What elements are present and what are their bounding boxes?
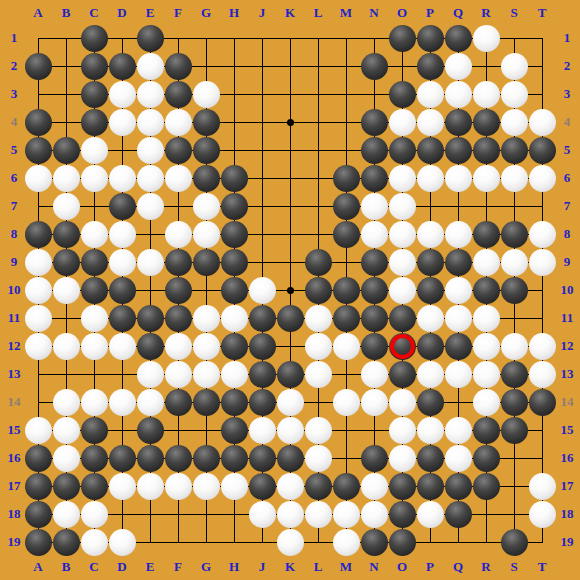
- intersection-Q18[interactable]: [444, 500, 472, 528]
- intersection-J4[interactable]: [248, 108, 276, 136]
- intersection-D19[interactable]: [108, 528, 136, 556]
- intersection-P2[interactable]: [416, 52, 444, 80]
- intersection-J16[interactable]: [248, 444, 276, 472]
- intersection-D10[interactable]: [108, 276, 136, 304]
- intersection-T19[interactable]: [528, 528, 556, 556]
- intersection-N4[interactable]: [360, 108, 388, 136]
- intersection-Q6[interactable]: [444, 164, 472, 192]
- intersection-K2[interactable]: [276, 52, 304, 80]
- intersection-J1[interactable]: [248, 24, 276, 52]
- intersection-P15[interactable]: [416, 416, 444, 444]
- intersection-H18[interactable]: [220, 500, 248, 528]
- intersection-O1[interactable]: [388, 24, 416, 52]
- intersection-T9[interactable]: [528, 248, 556, 276]
- intersection-B1[interactable]: [52, 24, 80, 52]
- intersection-G1[interactable]: [192, 24, 220, 52]
- intersection-J6[interactable]: [248, 164, 276, 192]
- intersection-O3[interactable]: [388, 80, 416, 108]
- intersection-K16[interactable]: [276, 444, 304, 472]
- intersection-H17[interactable]: [220, 472, 248, 500]
- intersection-Q8[interactable]: [444, 220, 472, 248]
- intersection-M11[interactable]: [332, 304, 360, 332]
- intersection-G18[interactable]: [192, 500, 220, 528]
- intersection-M19[interactable]: [332, 528, 360, 556]
- intersection-F9[interactable]: [164, 248, 192, 276]
- intersection-F7[interactable]: [164, 192, 192, 220]
- intersection-N2[interactable]: [360, 52, 388, 80]
- intersection-C15[interactable]: [80, 416, 108, 444]
- intersection-J8[interactable]: [248, 220, 276, 248]
- intersection-P6[interactable]: [416, 164, 444, 192]
- intersection-F11[interactable]: [164, 304, 192, 332]
- intersection-K18[interactable]: [276, 500, 304, 528]
- intersection-A3[interactable]: [24, 80, 52, 108]
- intersection-M17[interactable]: [332, 472, 360, 500]
- intersection-N7[interactable]: [360, 192, 388, 220]
- intersection-B9[interactable]: [52, 248, 80, 276]
- intersection-F3[interactable]: [164, 80, 192, 108]
- intersection-A4[interactable]: [24, 108, 52, 136]
- intersection-R13[interactable]: [472, 360, 500, 388]
- intersection-E11[interactable]: [136, 304, 164, 332]
- intersection-L11[interactable]: [304, 304, 332, 332]
- intersection-R1[interactable]: [472, 24, 500, 52]
- intersection-E1[interactable]: [136, 24, 164, 52]
- intersection-H4[interactable]: [220, 108, 248, 136]
- intersection-O18[interactable]: [388, 500, 416, 528]
- intersection-L19[interactable]: [304, 528, 332, 556]
- intersection-D7[interactable]: [108, 192, 136, 220]
- intersection-P13[interactable]: [416, 360, 444, 388]
- intersection-O13[interactable]: [388, 360, 416, 388]
- intersection-D9[interactable]: [108, 248, 136, 276]
- intersection-N19[interactable]: [360, 528, 388, 556]
- intersection-H12[interactable]: [220, 332, 248, 360]
- intersection-H19[interactable]: [220, 528, 248, 556]
- intersection-F18[interactable]: [164, 500, 192, 528]
- intersection-C4[interactable]: [80, 108, 108, 136]
- intersection-A6[interactable]: [24, 164, 52, 192]
- intersection-C13[interactable]: [80, 360, 108, 388]
- intersection-Q15[interactable]: [444, 416, 472, 444]
- intersection-F19[interactable]: [164, 528, 192, 556]
- intersection-F4[interactable]: [164, 108, 192, 136]
- intersection-H11[interactable]: [220, 304, 248, 332]
- intersection-F5[interactable]: [164, 136, 192, 164]
- intersection-C5[interactable]: [80, 136, 108, 164]
- intersection-B13[interactable]: [52, 360, 80, 388]
- intersection-N18[interactable]: [360, 500, 388, 528]
- intersection-H6[interactable]: [220, 164, 248, 192]
- intersection-R18[interactable]: [472, 500, 500, 528]
- intersection-E16[interactable]: [136, 444, 164, 472]
- intersection-Q17[interactable]: [444, 472, 472, 500]
- intersection-H2[interactable]: [220, 52, 248, 80]
- intersection-J9[interactable]: [248, 248, 276, 276]
- intersection-H7[interactable]: [220, 192, 248, 220]
- intersection-N16[interactable]: [360, 444, 388, 472]
- intersection-T17[interactable]: [528, 472, 556, 500]
- intersection-C14[interactable]: [80, 388, 108, 416]
- intersection-T3[interactable]: [528, 80, 556, 108]
- intersection-F13[interactable]: [164, 360, 192, 388]
- intersection-N3[interactable]: [360, 80, 388, 108]
- intersection-B15[interactable]: [52, 416, 80, 444]
- intersection-K8[interactable]: [276, 220, 304, 248]
- intersection-K10[interactable]: [276, 276, 304, 304]
- intersection-T12[interactable]: [528, 332, 556, 360]
- intersection-L10[interactable]: [304, 276, 332, 304]
- intersection-E7[interactable]: [136, 192, 164, 220]
- intersection-R11[interactable]: [472, 304, 500, 332]
- intersection-A1[interactable]: [24, 24, 52, 52]
- intersection-C7[interactable]: [80, 192, 108, 220]
- intersection-R8[interactable]: [472, 220, 500, 248]
- intersection-P8[interactable]: [416, 220, 444, 248]
- intersection-M1[interactable]: [332, 24, 360, 52]
- intersection-N12[interactable]: [360, 332, 388, 360]
- intersection-R3[interactable]: [472, 80, 500, 108]
- intersection-B12[interactable]: [52, 332, 80, 360]
- intersection-S8[interactable]: [500, 220, 528, 248]
- intersection-N6[interactable]: [360, 164, 388, 192]
- intersection-O17[interactable]: [388, 472, 416, 500]
- intersection-O16[interactable]: [388, 444, 416, 472]
- intersection-O8[interactable]: [388, 220, 416, 248]
- intersection-L6[interactable]: [304, 164, 332, 192]
- intersection-N8[interactable]: [360, 220, 388, 248]
- intersection-R10[interactable]: [472, 276, 500, 304]
- intersection-L18[interactable]: [304, 500, 332, 528]
- intersection-D3[interactable]: [108, 80, 136, 108]
- intersection-G4[interactable]: [192, 108, 220, 136]
- intersection-A7[interactable]: [24, 192, 52, 220]
- intersection-M14[interactable]: [332, 388, 360, 416]
- intersection-E2[interactable]: [136, 52, 164, 80]
- intersection-J12[interactable]: [248, 332, 276, 360]
- intersection-H14[interactable]: [220, 388, 248, 416]
- intersection-D1[interactable]: [108, 24, 136, 52]
- intersection-C10[interactable]: [80, 276, 108, 304]
- intersection-Q16[interactable]: [444, 444, 472, 472]
- intersection-N9[interactable]: [360, 248, 388, 276]
- intersection-Q5[interactable]: [444, 136, 472, 164]
- intersection-B8[interactable]: [52, 220, 80, 248]
- intersection-L3[interactable]: [304, 80, 332, 108]
- intersection-T2[interactable]: [528, 52, 556, 80]
- intersection-H10[interactable]: [220, 276, 248, 304]
- intersection-S17[interactable]: [500, 472, 528, 500]
- intersection-T10[interactable]: [528, 276, 556, 304]
- intersection-J19[interactable]: [248, 528, 276, 556]
- intersection-E9[interactable]: [136, 248, 164, 276]
- intersection-J15[interactable]: [248, 416, 276, 444]
- intersection-T15[interactable]: [528, 416, 556, 444]
- intersection-O9[interactable]: [388, 248, 416, 276]
- intersection-S13[interactable]: [500, 360, 528, 388]
- intersection-D6[interactable]: [108, 164, 136, 192]
- intersection-N15[interactable]: [360, 416, 388, 444]
- intersection-F17[interactable]: [164, 472, 192, 500]
- intersection-D4[interactable]: [108, 108, 136, 136]
- intersection-K13[interactable]: [276, 360, 304, 388]
- intersection-D5[interactable]: [108, 136, 136, 164]
- intersection-C6[interactable]: [80, 164, 108, 192]
- intersection-S11[interactable]: [500, 304, 528, 332]
- intersection-P9[interactable]: [416, 248, 444, 276]
- intersection-A18[interactable]: [24, 500, 52, 528]
- intersection-R7[interactable]: [472, 192, 500, 220]
- intersection-O2[interactable]: [388, 52, 416, 80]
- intersection-Q1[interactable]: [444, 24, 472, 52]
- intersection-H5[interactable]: [220, 136, 248, 164]
- intersection-N5[interactable]: [360, 136, 388, 164]
- intersection-E3[interactable]: [136, 80, 164, 108]
- intersection-B10[interactable]: [52, 276, 80, 304]
- intersection-R12[interactable]: [472, 332, 500, 360]
- intersection-F10[interactable]: [164, 276, 192, 304]
- intersection-G7[interactable]: [192, 192, 220, 220]
- intersection-K5[interactable]: [276, 136, 304, 164]
- intersection-C18[interactable]: [80, 500, 108, 528]
- intersection-F14[interactable]: [164, 388, 192, 416]
- intersection-C12[interactable]: [80, 332, 108, 360]
- intersection-A11[interactable]: [24, 304, 52, 332]
- intersection-T8[interactable]: [528, 220, 556, 248]
- intersection-M13[interactable]: [332, 360, 360, 388]
- intersection-C11[interactable]: [80, 304, 108, 332]
- intersection-Q11[interactable]: [444, 304, 472, 332]
- intersection-S1[interactable]: [500, 24, 528, 52]
- intersection-H16[interactable]: [220, 444, 248, 472]
- intersection-Q19[interactable]: [444, 528, 472, 556]
- intersection-B2[interactable]: [52, 52, 80, 80]
- intersection-R19[interactable]: [472, 528, 500, 556]
- intersection-L4[interactable]: [304, 108, 332, 136]
- intersection-E17[interactable]: [136, 472, 164, 500]
- intersection-P7[interactable]: [416, 192, 444, 220]
- intersection-H13[interactable]: [220, 360, 248, 388]
- intersection-R9[interactable]: [472, 248, 500, 276]
- intersection-R6[interactable]: [472, 164, 500, 192]
- intersection-L12[interactable]: [304, 332, 332, 360]
- intersection-N11[interactable]: [360, 304, 388, 332]
- intersection-L7[interactable]: [304, 192, 332, 220]
- intersection-T14[interactable]: [528, 388, 556, 416]
- intersection-D2[interactable]: [108, 52, 136, 80]
- intersection-L5[interactable]: [304, 136, 332, 164]
- intersection-Q2[interactable]: [444, 52, 472, 80]
- intersection-B18[interactable]: [52, 500, 80, 528]
- intersection-A12[interactable]: [24, 332, 52, 360]
- intersection-H8[interactable]: [220, 220, 248, 248]
- intersection-E8[interactable]: [136, 220, 164, 248]
- intersection-M4[interactable]: [332, 108, 360, 136]
- intersection-G2[interactable]: [192, 52, 220, 80]
- intersection-A9[interactable]: [24, 248, 52, 276]
- intersection-A14[interactable]: [24, 388, 52, 416]
- intersection-O6[interactable]: [388, 164, 416, 192]
- intersection-T5[interactable]: [528, 136, 556, 164]
- intersection-Q9[interactable]: [444, 248, 472, 276]
- intersection-L15[interactable]: [304, 416, 332, 444]
- intersection-K15[interactable]: [276, 416, 304, 444]
- intersection-L8[interactable]: [304, 220, 332, 248]
- intersection-T4[interactable]: [528, 108, 556, 136]
- intersection-F12[interactable]: [164, 332, 192, 360]
- intersection-B11[interactable]: [52, 304, 80, 332]
- intersection-T13[interactable]: [528, 360, 556, 388]
- intersection-N10[interactable]: [360, 276, 388, 304]
- intersection-S15[interactable]: [500, 416, 528, 444]
- intersection-Q14[interactable]: [444, 388, 472, 416]
- intersection-R5[interactable]: [472, 136, 500, 164]
- intersection-D18[interactable]: [108, 500, 136, 528]
- intersection-P17[interactable]: [416, 472, 444, 500]
- intersection-K11[interactable]: [276, 304, 304, 332]
- intersection-F1[interactable]: [164, 24, 192, 52]
- intersection-C8[interactable]: [80, 220, 108, 248]
- intersection-O7[interactable]: [388, 192, 416, 220]
- intersection-J18[interactable]: [248, 500, 276, 528]
- intersection-E15[interactable]: [136, 416, 164, 444]
- intersection-O14[interactable]: [388, 388, 416, 416]
- intersection-S3[interactable]: [500, 80, 528, 108]
- intersection-B17[interactable]: [52, 472, 80, 500]
- intersection-M8[interactable]: [332, 220, 360, 248]
- intersection-J2[interactable]: [248, 52, 276, 80]
- intersection-H1[interactable]: [220, 24, 248, 52]
- intersection-E4[interactable]: [136, 108, 164, 136]
- intersection-D15[interactable]: [108, 416, 136, 444]
- intersection-M5[interactable]: [332, 136, 360, 164]
- intersection-A19[interactable]: [24, 528, 52, 556]
- intersection-J5[interactable]: [248, 136, 276, 164]
- intersection-C3[interactable]: [80, 80, 108, 108]
- intersection-K19[interactable]: [276, 528, 304, 556]
- intersection-D12[interactable]: [108, 332, 136, 360]
- intersection-M12[interactable]: [332, 332, 360, 360]
- intersection-B4[interactable]: [52, 108, 80, 136]
- intersection-M6[interactable]: [332, 164, 360, 192]
- intersection-T6[interactable]: [528, 164, 556, 192]
- intersection-T11[interactable]: [528, 304, 556, 332]
- intersection-R4[interactable]: [472, 108, 500, 136]
- intersection-L13[interactable]: [304, 360, 332, 388]
- intersection-A5[interactable]: [24, 136, 52, 164]
- intersection-J17[interactable]: [248, 472, 276, 500]
- intersection-S16[interactable]: [500, 444, 528, 472]
- intersection-J11[interactable]: [248, 304, 276, 332]
- intersection-E5[interactable]: [136, 136, 164, 164]
- intersection-K7[interactable]: [276, 192, 304, 220]
- intersection-Q12[interactable]: [444, 332, 472, 360]
- intersection-B7[interactable]: [52, 192, 80, 220]
- intersection-D8[interactable]: [108, 220, 136, 248]
- intersection-O12[interactable]: [388, 332, 416, 360]
- intersection-A8[interactable]: [24, 220, 52, 248]
- intersection-A16[interactable]: [24, 444, 52, 472]
- intersection-P12[interactable]: [416, 332, 444, 360]
- intersection-G11[interactable]: [192, 304, 220, 332]
- intersection-K1[interactable]: [276, 24, 304, 52]
- intersection-P16[interactable]: [416, 444, 444, 472]
- intersection-D11[interactable]: [108, 304, 136, 332]
- intersection-B19[interactable]: [52, 528, 80, 556]
- intersection-G8[interactable]: [192, 220, 220, 248]
- intersection-A17[interactable]: [24, 472, 52, 500]
- intersection-K14[interactable]: [276, 388, 304, 416]
- intersection-K6[interactable]: [276, 164, 304, 192]
- intersection-F2[interactable]: [164, 52, 192, 80]
- intersection-C17[interactable]: [80, 472, 108, 500]
- intersection-O19[interactable]: [388, 528, 416, 556]
- intersection-G10[interactable]: [192, 276, 220, 304]
- intersection-O15[interactable]: [388, 416, 416, 444]
- intersection-D14[interactable]: [108, 388, 136, 416]
- intersection-P4[interactable]: [416, 108, 444, 136]
- intersection-L9[interactable]: [304, 248, 332, 276]
- intersection-Q13[interactable]: [444, 360, 472, 388]
- intersection-H15[interactable]: [220, 416, 248, 444]
- intersection-J10[interactable]: [248, 276, 276, 304]
- intersection-L16[interactable]: [304, 444, 332, 472]
- intersection-A10[interactable]: [24, 276, 52, 304]
- intersection-G19[interactable]: [192, 528, 220, 556]
- intersection-R16[interactable]: [472, 444, 500, 472]
- intersection-S19[interactable]: [500, 528, 528, 556]
- intersection-S7[interactable]: [500, 192, 528, 220]
- intersection-P18[interactable]: [416, 500, 444, 528]
- intersection-E14[interactable]: [136, 388, 164, 416]
- intersection-S12[interactable]: [500, 332, 528, 360]
- intersection-Q4[interactable]: [444, 108, 472, 136]
- intersection-E13[interactable]: [136, 360, 164, 388]
- intersection-N1[interactable]: [360, 24, 388, 52]
- intersection-E6[interactable]: [136, 164, 164, 192]
- intersection-N14[interactable]: [360, 388, 388, 416]
- intersection-N17[interactable]: [360, 472, 388, 500]
- intersection-G6[interactable]: [192, 164, 220, 192]
- intersection-C9[interactable]: [80, 248, 108, 276]
- intersection-K17[interactable]: [276, 472, 304, 500]
- intersection-H3[interactable]: [220, 80, 248, 108]
- intersection-D17[interactable]: [108, 472, 136, 500]
- intersection-L17[interactable]: [304, 472, 332, 500]
- intersection-M16[interactable]: [332, 444, 360, 472]
- intersection-Q7[interactable]: [444, 192, 472, 220]
- intersection-G9[interactable]: [192, 248, 220, 276]
- intersection-G15[interactable]: [192, 416, 220, 444]
- intersection-P3[interactable]: [416, 80, 444, 108]
- intersection-P11[interactable]: [416, 304, 444, 332]
- intersection-E10[interactable]: [136, 276, 164, 304]
- intersection-C2[interactable]: [80, 52, 108, 80]
- intersection-Q3[interactable]: [444, 80, 472, 108]
- intersection-P10[interactable]: [416, 276, 444, 304]
- intersection-F8[interactable]: [164, 220, 192, 248]
- intersection-Q10[interactable]: [444, 276, 472, 304]
- intersection-R15[interactable]: [472, 416, 500, 444]
- intersection-A2[interactable]: [24, 52, 52, 80]
- intersection-L1[interactable]: [304, 24, 332, 52]
- intersection-S14[interactable]: [500, 388, 528, 416]
- intersection-L2[interactable]: [304, 52, 332, 80]
- intersection-J3[interactable]: [248, 80, 276, 108]
- intersection-F6[interactable]: [164, 164, 192, 192]
- intersection-S2[interactable]: [500, 52, 528, 80]
- intersection-S5[interactable]: [500, 136, 528, 164]
